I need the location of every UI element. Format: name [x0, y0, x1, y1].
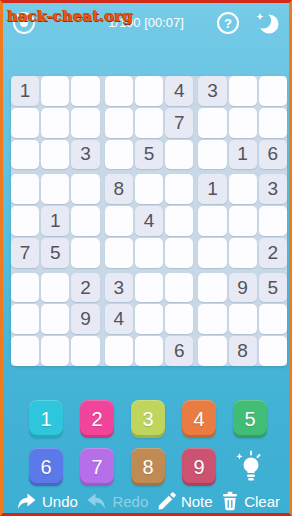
cell-r3c4[interactable]: [105, 140, 133, 170]
question-mark-icon: ?: [224, 16, 232, 31]
numpad-button-2[interactable]: 2: [80, 400, 114, 438]
cell-r7c2[interactable]: [41, 273, 69, 303]
cell-r5c5[interactable]: 4: [135, 206, 163, 236]
box-5: 84: [105, 174, 194, 267]
cell-r9c2[interactable]: [41, 336, 69, 366]
cell-r2c8[interactable]: [229, 108, 257, 138]
cell-r1c4[interactable]: [105, 76, 133, 106]
cell-r1c1[interactable]: 1: [11, 76, 39, 106]
cell-r7c6[interactable]: [165, 273, 193, 303]
cell-r5c2[interactable]: 1: [41, 206, 69, 236]
cell-r8c1[interactable]: [11, 304, 39, 334]
cell-r1c9[interactable]: [259, 76, 287, 106]
cell-r5c6[interactable]: [165, 206, 193, 236]
cell-r6c3[interactable]: [71, 238, 99, 268]
cell-r7c3[interactable]: 2: [71, 273, 99, 303]
cell-r2c7[interactable]: [198, 108, 226, 138]
cell-r4c9[interactable]: 3: [259, 174, 287, 204]
cell-r6c4[interactable]: [105, 238, 133, 268]
note-label: Note: [181, 493, 213, 510]
hint-button[interactable]: [233, 448, 267, 486]
cell-r4c3[interactable]: [71, 174, 99, 204]
cell-r9c7[interactable]: [198, 336, 226, 366]
cell-r4c1[interactable]: [11, 174, 39, 204]
numpad-button-9[interactable]: 9: [182, 448, 216, 486]
redo-arrow-icon: [86, 492, 107, 511]
cell-r4c8[interactable]: [229, 174, 257, 204]
cell-r2c9[interactable]: [259, 108, 287, 138]
redo-button[interactable]: Redo: [86, 492, 148, 511]
cell-r2c1[interactable]: [11, 108, 39, 138]
cell-r7c9[interactable]: 5: [259, 273, 287, 303]
lightbulb-icon: [234, 450, 266, 484]
undo-arrow-icon: [16, 492, 37, 511]
numpad-button-6[interactable]: 6: [29, 448, 63, 486]
cell-r9c9[interactable]: [259, 336, 287, 366]
box-4: 175: [11, 174, 100, 267]
cell-r5c9[interactable]: [259, 206, 287, 236]
watermark-text: hack-cheat.org: [7, 7, 133, 25]
cell-r6c2[interactable]: 5: [41, 238, 69, 268]
numpad-button-8[interactable]: 8: [131, 448, 165, 486]
cell-r4c5[interactable]: [135, 174, 163, 204]
cell-r3c5[interactable]: 5: [135, 140, 163, 170]
moon-icon: [255, 11, 279, 35]
cell-r3c6[interactable]: [165, 140, 193, 170]
box-7: 29: [11, 273, 100, 366]
cell-r1c6[interactable]: 4: [165, 76, 193, 106]
numpad-button-7[interactable]: 7: [80, 448, 114, 486]
undo-label: Undo: [42, 493, 78, 510]
cell-r9c6[interactable]: 6: [165, 336, 193, 366]
cell-r3c7[interactable]: [198, 140, 226, 170]
clear-button[interactable]: Clear: [221, 491, 280, 511]
cell-r8c2[interactable]: [41, 304, 69, 334]
cell-r1c8[interactable]: [229, 76, 257, 106]
cell-r3c9[interactable]: 6: [259, 140, 287, 170]
cell-r7c7[interactable]: [198, 273, 226, 303]
cell-r2c6[interactable]: 7: [165, 108, 193, 138]
cell-r1c2[interactable]: [41, 76, 69, 106]
cell-r8c9[interactable]: [259, 304, 287, 334]
cell-r7c4[interactable]: 3: [105, 273, 133, 303]
cell-r8c4[interactable]: 4: [105, 304, 133, 334]
cell-r7c8[interactable]: 9: [229, 273, 257, 303]
number-pad: 123456789: [29, 400, 269, 486]
numpad-button-4[interactable]: 4: [182, 400, 216, 438]
cell-r1c5[interactable]: [135, 76, 163, 106]
cell-r6c8[interactable]: [229, 238, 257, 268]
cell-r2c3[interactable]: [71, 108, 99, 138]
cell-r7c5[interactable]: [135, 273, 163, 303]
box-9: 958: [198, 273, 287, 366]
numpad-button-5[interactable]: 5: [233, 400, 267, 438]
cell-r5c4[interactable]: [105, 206, 133, 236]
cell-r6c7[interactable]: [198, 238, 226, 268]
cell-r7c1[interactable]: [11, 273, 39, 303]
cell-r5c3[interactable]: [71, 206, 99, 236]
cell-r2c2[interactable]: [41, 108, 69, 138]
box-8: 346: [105, 273, 194, 366]
cell-r8c3[interactable]: 9: [71, 304, 99, 334]
cell-r6c9[interactable]: 2: [259, 238, 287, 268]
cell-r8c8[interactable]: [229, 304, 257, 334]
cell-r1c3[interactable]: [71, 76, 99, 106]
cell-r3c3[interactable]: 3: [71, 140, 99, 170]
cell-r8c7[interactable]: [198, 304, 226, 334]
numpad-button-3[interactable]: 3: [131, 400, 165, 438]
night-mode-button[interactable]: [255, 11, 279, 35]
box-2: 475: [105, 76, 194, 169]
clear-label: Clear: [244, 493, 280, 510]
box-3: 316: [198, 76, 287, 169]
help-button[interactable]: ?: [217, 12, 239, 34]
cell-r3c8[interactable]: 1: [229, 140, 257, 170]
cell-r2c5[interactable]: [135, 108, 163, 138]
cell-r6c5[interactable]: [135, 238, 163, 268]
box-1: 13: [11, 76, 100, 169]
cell-r9c3[interactable]: [71, 336, 99, 366]
pencil-icon: [157, 492, 176, 511]
cell-r8c6[interactable]: [165, 304, 193, 334]
cell-r6c1[interactable]: 7: [11, 238, 39, 268]
cell-r9c8[interactable]: 8: [229, 336, 257, 366]
sudoku-board: 134753161758413229346958: [11, 76, 287, 366]
box-6: 132: [198, 174, 287, 267]
cell-r3c1[interactable]: [11, 140, 39, 170]
cell-r9c5[interactable]: [135, 336, 163, 366]
cell-r4c2[interactable]: [41, 174, 69, 204]
undo-button[interactable]: Undo: [16, 492, 78, 511]
numpad-button-1[interactable]: 1: [29, 400, 63, 438]
cell-r9c4[interactable]: [105, 336, 133, 366]
cell-r9c1[interactable]: [11, 336, 39, 366]
toolbar: Undo Redo Note Clear: [16, 489, 280, 513]
cell-r2c4[interactable]: [105, 108, 133, 138]
cell-r5c1[interactable]: [11, 206, 39, 236]
cell-r4c7[interactable]: 1: [198, 174, 226, 204]
note-button[interactable]: Note: [157, 492, 213, 511]
cell-r4c4[interactable]: 8: [105, 174, 133, 204]
cell-r1c7[interactable]: 3: [198, 76, 226, 106]
cell-r4c6[interactable]: [165, 174, 193, 204]
cell-r3c2[interactable]: [41, 140, 69, 170]
cell-r5c7[interactable]: [198, 206, 226, 236]
trash-icon: [221, 491, 239, 511]
sudoku-app: hack-cheat.org 1/100 [00:07] ? 134753161…: [0, 0, 292, 516]
redo-label: Redo: [112, 493, 148, 510]
cell-r8c5[interactable]: [135, 304, 163, 334]
cell-r6c6[interactable]: [165, 238, 193, 268]
cell-r5c8[interactable]: [229, 206, 257, 236]
